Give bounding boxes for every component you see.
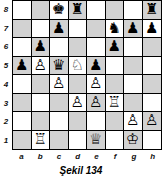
file-label-b: b	[31, 150, 50, 163]
square-f2	[106, 112, 125, 131]
white-pawn: ♙	[89, 94, 102, 109]
square-a8	[13, 1, 32, 20]
square-e7	[87, 20, 106, 39]
figure-caption: Şekil 134	[0, 163, 162, 177]
square-g2: ♙	[124, 112, 143, 131]
square-g1: ♔	[124, 131, 143, 150]
file-label-a: a	[12, 150, 31, 163]
square-d5: ♘	[69, 57, 88, 76]
rank-label-3: 3	[0, 94, 12, 113]
square-h6	[143, 38, 162, 57]
square-f5	[106, 57, 125, 76]
square-d1	[69, 131, 88, 150]
square-c5: ♛	[50, 57, 69, 76]
board: ♚♜♜♟♞♟♟♟♟♟♙♛♘♟♙♙♙♙♖♙♙♖♕♔	[12, 0, 162, 150]
square-d7	[69, 20, 88, 39]
square-e1: ♕	[87, 131, 106, 150]
white-pawn: ♙	[34, 57, 47, 72]
white-king: ♔	[126, 132, 139, 147]
rank-label-1: 1	[0, 131, 12, 150]
square-f3: ♖	[106, 94, 125, 113]
square-d6	[69, 38, 88, 57]
white-knight: ♘	[71, 57, 84, 72]
square-h2: ♙	[143, 112, 162, 131]
black-pawn: ♟	[52, 20, 65, 35]
square-b4	[32, 75, 51, 94]
white-pawn: ♙	[126, 113, 139, 128]
file-label-e: e	[87, 150, 106, 163]
square-b2	[32, 112, 51, 131]
square-d2	[69, 112, 88, 131]
white-pawn: ♙	[145, 113, 158, 128]
square-g3	[124, 94, 143, 113]
black-pawn: ♟	[34, 39, 47, 54]
square-c8: ♚	[50, 1, 69, 20]
square-g6	[124, 38, 143, 57]
square-a4	[13, 75, 32, 94]
square-b3	[32, 94, 51, 113]
square-c4: ♙	[50, 75, 69, 94]
rank-label-7: 7	[0, 19, 12, 38]
square-a7	[13, 20, 32, 39]
square-h1	[143, 131, 162, 150]
black-rook: ♜	[145, 2, 158, 17]
square-f8	[106, 1, 125, 20]
square-f4	[106, 75, 125, 94]
black-pawn: ♟	[89, 57, 102, 72]
rank-labels: 87654321	[0, 0, 12, 150]
square-c1	[50, 131, 69, 150]
rank-label-5: 5	[0, 56, 12, 75]
black-pawn: ♟	[15, 57, 28, 72]
rank-label-6: 6	[0, 38, 12, 57]
square-e8	[87, 1, 106, 20]
black-queen: ♛	[52, 57, 65, 72]
square-e5: ♟	[87, 57, 106, 76]
white-pawn: ♙	[89, 76, 102, 91]
square-d4	[69, 75, 88, 94]
square-b5: ♙	[32, 57, 51, 76]
square-c6	[50, 38, 69, 57]
square-h7: ♟	[143, 20, 162, 39]
rank-label-2: 2	[0, 113, 12, 132]
file-label-g: g	[125, 150, 144, 163]
file-label-d: d	[68, 150, 87, 163]
black-pawn: ♟	[145, 20, 158, 35]
white-pawn: ♙	[71, 94, 84, 109]
square-g8	[124, 1, 143, 20]
square-f6: ♟	[106, 38, 125, 57]
square-g5	[124, 57, 143, 76]
square-h5	[143, 57, 162, 76]
square-b6: ♟	[32, 38, 51, 57]
rank-label-8: 8	[0, 0, 12, 19]
square-b8	[32, 1, 51, 20]
chess-diagram: 87654321 ♚♜♜♟♞♟♟♟♟♟♙♛♘♟♙♙♙♙♖♙♙♖♕♔ abcdef…	[0, 0, 162, 177]
square-a5: ♟	[13, 57, 32, 76]
square-h3	[143, 94, 162, 113]
white-rook: ♖	[108, 94, 121, 109]
square-h8: ♜	[143, 1, 162, 20]
square-e3: ♙	[87, 94, 106, 113]
board-area: 87654321 ♚♜♜♟♞♟♟♟♟♟♙♛♘♟♙♙♙♙♖♙♙♖♕♔	[0, 0, 162, 150]
square-c3	[50, 94, 69, 113]
square-b1: ♖	[32, 131, 51, 150]
black-pawn: ♟	[126, 20, 139, 35]
white-rook: ♖	[34, 132, 47, 147]
file-labels: abcdefgh	[12, 150, 162, 163]
square-g4	[124, 75, 143, 94]
black-rook: ♜	[71, 2, 84, 17]
square-f7: ♞	[106, 20, 125, 39]
square-d8: ♜	[69, 1, 88, 20]
square-c2	[50, 112, 69, 131]
black-knight: ♞	[108, 20, 121, 35]
file-label-f: f	[106, 150, 125, 163]
square-g7: ♟	[124, 20, 143, 39]
file-label-h: h	[143, 150, 162, 163]
rank-label-4: 4	[0, 75, 12, 94]
file-label-c: c	[50, 150, 69, 163]
white-pawn: ♙	[52, 76, 65, 91]
square-a2	[13, 112, 32, 131]
square-e2	[87, 112, 106, 131]
white-queen: ♕	[89, 132, 102, 147]
square-d3: ♙	[69, 94, 88, 113]
square-h4	[143, 75, 162, 94]
black-pawn: ♟	[108, 39, 121, 54]
square-f1	[106, 131, 125, 150]
square-c7: ♟	[50, 20, 69, 39]
square-a3	[13, 94, 32, 113]
square-e4: ♙	[87, 75, 106, 94]
square-b7	[32, 20, 51, 39]
square-a6	[13, 38, 32, 57]
square-a1	[13, 131, 32, 150]
square-e6	[87, 38, 106, 57]
black-king: ♚	[52, 2, 65, 17]
